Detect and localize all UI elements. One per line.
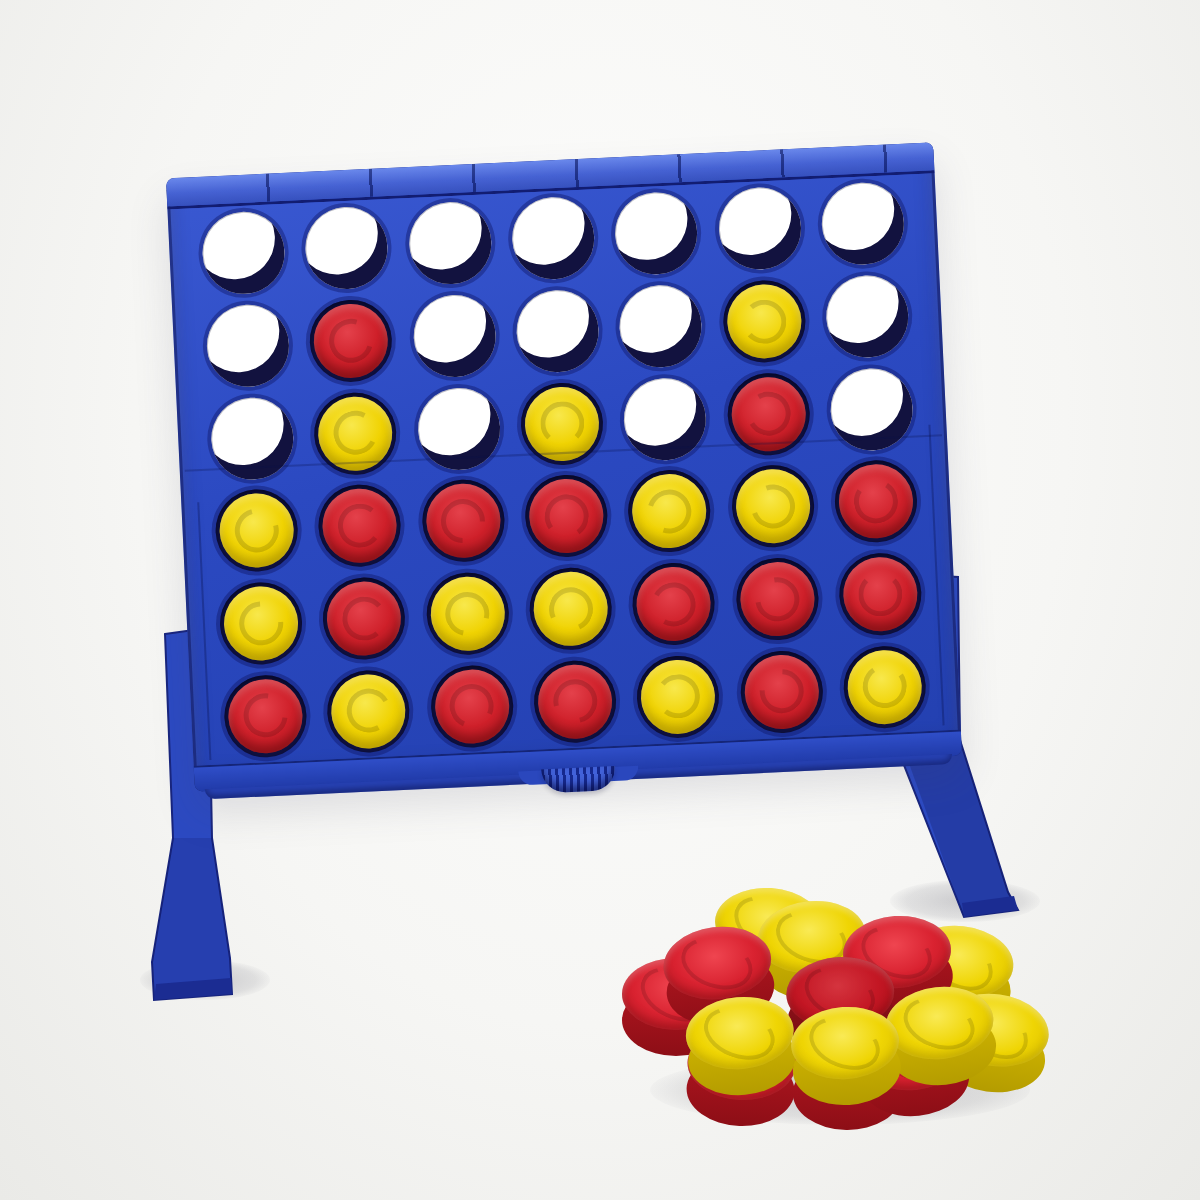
yellow-disc: [842, 644, 928, 730]
cell-r3c5[interactable]: [611, 370, 719, 467]
cell-r3c6[interactable]: [715, 365, 823, 462]
yellow-disc-loose[interactable]: [789, 1003, 904, 1110]
yellow-disc: [528, 566, 614, 652]
yellow-disc: [721, 279, 807, 365]
empty-hole: [407, 201, 493, 287]
cell-r1c7[interactable]: [809, 175, 917, 272]
cell-r3c4[interactable]: [508, 375, 616, 472]
cell-r6c4[interactable]: [521, 653, 629, 750]
cell-r1c5[interactable]: [603, 185, 711, 282]
cell-r5c3[interactable]: [414, 565, 522, 662]
empty-hole: [825, 274, 911, 360]
red-disc: [317, 483, 403, 569]
cell-r2c2[interactable]: [297, 292, 405, 389]
cell-r6c7[interactable]: [831, 638, 939, 735]
cell-r6c3[interactable]: [418, 658, 526, 755]
cell-r6c5[interactable]: [625, 648, 733, 745]
cell-r6c1[interactable]: [211, 667, 319, 764]
empty-hole: [200, 210, 286, 296]
cell-r4c2[interactable]: [306, 477, 414, 574]
red-disc: [833, 459, 919, 545]
cell-r1c6[interactable]: [706, 180, 814, 277]
board-grid: [189, 175, 938, 764]
red-disc: [308, 298, 394, 384]
empty-hole: [510, 196, 596, 282]
cell-r6c2[interactable]: [315, 662, 423, 759]
cell-r5c5[interactable]: [620, 555, 728, 652]
red-disc: [222, 673, 308, 759]
photo-scene: [0, 0, 1200, 1200]
cell-r2c1[interactable]: [194, 297, 302, 394]
empty-hole: [515, 288, 601, 374]
red-disc: [631, 561, 717, 647]
empty-hole: [304, 205, 390, 291]
cell-r4c7[interactable]: [822, 453, 930, 550]
red-disc: [739, 649, 825, 735]
cell-r1c3[interactable]: [396, 195, 504, 292]
red-disc: [734, 556, 820, 642]
yellow-disc: [424, 571, 510, 657]
cell-r5c1[interactable]: [207, 575, 315, 672]
yellow-disc: [213, 488, 299, 574]
cell-r3c7[interactable]: [818, 360, 926, 457]
cell-r1c2[interactable]: [293, 200, 401, 297]
yellow-disc: [218, 581, 304, 667]
red-disc: [429, 663, 515, 749]
empty-hole: [614, 191, 700, 277]
empty-hole: [618, 283, 704, 369]
cell-r2c4[interactable]: [504, 282, 612, 379]
red-disc: [523, 473, 609, 559]
yellow-disc-loose[interactable]: [683, 992, 799, 1101]
empty-hole: [411, 293, 497, 379]
cell-r4c6[interactable]: [719, 458, 827, 555]
cell-r1c1[interactable]: [189, 204, 297, 301]
cell-r4c4[interactable]: [512, 468, 620, 565]
cell-r2c6[interactable]: [710, 273, 818, 370]
yellow-disc: [326, 668, 412, 754]
cell-r5c7[interactable]: [827, 545, 935, 642]
cell-r4c1[interactable]: [203, 482, 311, 579]
empty-hole: [717, 186, 803, 272]
board-frame: [166, 142, 962, 791]
cell-r2c7[interactable]: [814, 268, 922, 365]
empty-hole: [205, 303, 291, 389]
cell-r1c4[interactable]: [499, 190, 607, 287]
cell-r5c2[interactable]: [310, 570, 418, 667]
yellow-disc: [635, 654, 721, 740]
red-disc: [420, 478, 506, 564]
red-disc: [321, 576, 407, 662]
cell-r2c5[interactable]: [607, 278, 715, 375]
yellow-disc: [730, 464, 816, 550]
cell-r4c5[interactable]: [616, 463, 724, 560]
empty-hole: [820, 181, 906, 267]
yellow-disc: [627, 469, 713, 555]
cell-r5c4[interactable]: [517, 560, 625, 657]
cell-r3c2[interactable]: [301, 385, 409, 482]
cell-r3c1[interactable]: [198, 390, 306, 487]
red-disc: [838, 551, 924, 637]
cell-r6c6[interactable]: [728, 643, 836, 740]
cell-r3c3[interactable]: [405, 380, 513, 477]
release-thumbwheel[interactable]: [541, 766, 616, 793]
red-disc: [532, 659, 618, 745]
cell-r2c3[interactable]: [400, 287, 508, 384]
cell-r5c6[interactable]: [723, 550, 831, 647]
cell-r4c3[interactable]: [409, 472, 517, 569]
